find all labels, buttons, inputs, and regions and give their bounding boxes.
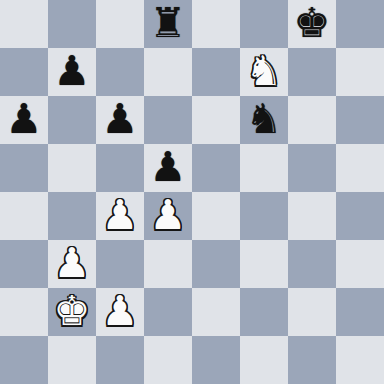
black-pawn[interactable]: ♟ <box>150 143 187 191</box>
square-d5[interactable]: ♟ <box>144 144 192 192</box>
square-f3[interactable] <box>240 240 288 288</box>
square-h5[interactable] <box>336 144 384 192</box>
square-e5[interactable] <box>192 144 240 192</box>
square-f7[interactable]: ♞ <box>240 48 288 96</box>
square-b1[interactable] <box>48 336 96 384</box>
black-king[interactable]: ♚ <box>294 0 331 47</box>
white-pawn[interactable]: ♟ <box>54 239 91 287</box>
white-pawn[interactable]: ♟ <box>102 287 139 335</box>
square-b8[interactable] <box>48 0 96 48</box>
square-c5[interactable] <box>96 144 144 192</box>
square-e3[interactable] <box>192 240 240 288</box>
square-c1[interactable] <box>96 336 144 384</box>
square-h7[interactable] <box>336 48 384 96</box>
square-b7[interactable]: ♟ <box>48 48 96 96</box>
square-d1[interactable] <box>144 336 192 384</box>
square-h1[interactable] <box>336 336 384 384</box>
square-f4[interactable] <box>240 192 288 240</box>
square-c7[interactable] <box>96 48 144 96</box>
square-d3[interactable] <box>144 240 192 288</box>
square-e8[interactable] <box>192 0 240 48</box>
square-b4[interactable] <box>48 192 96 240</box>
white-pawn[interactable]: ♟ <box>102 191 139 239</box>
square-d7[interactable] <box>144 48 192 96</box>
square-a6[interactable]: ♟ <box>0 96 48 144</box>
square-a1[interactable] <box>0 336 48 384</box>
square-g4[interactable] <box>288 192 336 240</box>
square-f2[interactable] <box>240 288 288 336</box>
square-g7[interactable] <box>288 48 336 96</box>
square-e4[interactable] <box>192 192 240 240</box>
square-f1[interactable] <box>240 336 288 384</box>
square-d4[interactable]: ♟ <box>144 192 192 240</box>
square-b5[interactable] <box>48 144 96 192</box>
square-h6[interactable] <box>336 96 384 144</box>
square-d6[interactable] <box>144 96 192 144</box>
black-pawn[interactable]: ♟ <box>6 95 43 143</box>
white-king[interactable]: ♚ <box>54 287 91 335</box>
square-c8[interactable] <box>96 0 144 48</box>
chess-board: ♜♚♟♞♟♟♞♟♟♟♟♚♟ <box>0 0 384 384</box>
white-pawn[interactable]: ♟ <box>150 191 187 239</box>
square-g1[interactable] <box>288 336 336 384</box>
square-g6[interactable] <box>288 96 336 144</box>
square-h8[interactable] <box>336 0 384 48</box>
square-a5[interactable] <box>0 144 48 192</box>
square-d8[interactable]: ♜ <box>144 0 192 48</box>
square-g5[interactable] <box>288 144 336 192</box>
black-rook[interactable]: ♜ <box>150 0 187 47</box>
square-c2[interactable]: ♟ <box>96 288 144 336</box>
square-f8[interactable] <box>240 0 288 48</box>
square-c6[interactable]: ♟ <box>96 96 144 144</box>
square-h3[interactable] <box>336 240 384 288</box>
square-h4[interactable] <box>336 192 384 240</box>
square-c3[interactable] <box>96 240 144 288</box>
square-a3[interactable] <box>0 240 48 288</box>
square-a7[interactable] <box>0 48 48 96</box>
square-f6[interactable]: ♞ <box>240 96 288 144</box>
square-e7[interactable] <box>192 48 240 96</box>
white-knight[interactable]: ♞ <box>246 47 283 95</box>
square-a8[interactable] <box>0 0 48 48</box>
square-d2[interactable] <box>144 288 192 336</box>
square-f5[interactable] <box>240 144 288 192</box>
square-e6[interactable] <box>192 96 240 144</box>
square-h2[interactable] <box>336 288 384 336</box>
black-pawn[interactable]: ♟ <box>54 47 91 95</box>
square-a4[interactable] <box>0 192 48 240</box>
square-b6[interactable] <box>48 96 96 144</box>
black-pawn[interactable]: ♟ <box>102 95 139 143</box>
square-e2[interactable] <box>192 288 240 336</box>
square-e1[interactable] <box>192 336 240 384</box>
square-g8[interactable]: ♚ <box>288 0 336 48</box>
square-c4[interactable]: ♟ <box>96 192 144 240</box>
square-a2[interactable] <box>0 288 48 336</box>
square-b3[interactable]: ♟ <box>48 240 96 288</box>
square-g3[interactable] <box>288 240 336 288</box>
square-b2[interactable]: ♚ <box>48 288 96 336</box>
square-g2[interactable] <box>288 288 336 336</box>
black-knight[interactable]: ♞ <box>246 95 283 143</box>
